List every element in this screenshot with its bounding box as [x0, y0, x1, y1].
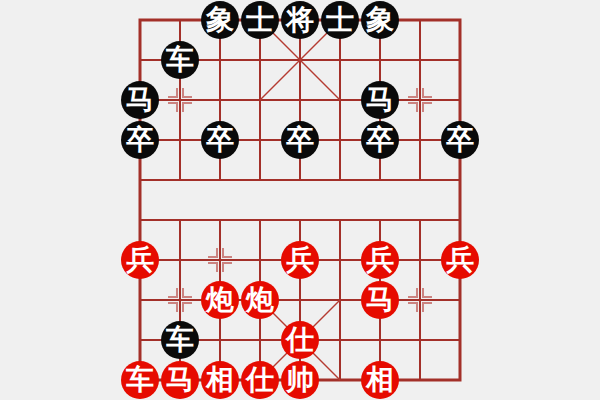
star-point-corner	[408, 88, 418, 98]
star-point-corner	[422, 288, 432, 298]
piece-red-horse-left[interactable]: 马	[161, 361, 199, 399]
piece-black-horse-left[interactable]: 马	[121, 81, 159, 119]
piece-red-elephant-left[interactable]: 相	[201, 361, 239, 399]
star-point-marker	[160, 280, 200, 320]
piece-black-advisor-right[interactable]: 士	[321, 1, 359, 39]
piece-red-rook-1[interactable]: 车	[121, 361, 159, 399]
piece-black-rook-2[interactable]: 车	[161, 321, 199, 359]
piece-red-pawn-4[interactable]: 兵	[441, 241, 479, 279]
star-point-marker	[200, 240, 240, 280]
piece-red-elephant-right[interactable]: 相	[361, 361, 399, 399]
piece-red-cannon-2[interactable]: 炮	[241, 281, 279, 319]
piece-black-pawn-4[interactable]: 卒	[361, 121, 399, 159]
piece-black-elephant-right[interactable]: 象	[361, 1, 399, 39]
star-point-corner	[208, 262, 218, 272]
piece-red-pawn-3[interactable]: 兵	[361, 241, 399, 279]
star-point-corner	[408, 102, 418, 112]
star-point-marker	[400, 80, 440, 120]
star-point-corner	[222, 262, 232, 272]
star-point-marker	[400, 280, 440, 320]
star-point-corner	[408, 302, 418, 312]
star-point-corner	[182, 88, 192, 98]
piece-red-cannon-1[interactable]: 炮	[201, 281, 239, 319]
piece-black-horse-right[interactable]: 马	[361, 81, 399, 119]
piece-black-pawn-2[interactable]: 卒	[201, 121, 239, 159]
star-point-corner	[222, 248, 232, 258]
star-point-marker	[160, 80, 200, 120]
star-point-corner	[168, 302, 178, 312]
star-point-corner	[422, 88, 432, 98]
piece-red-horse-right[interactable]: 马	[361, 281, 399, 319]
star-point-corner	[182, 102, 192, 112]
star-point-corner	[422, 102, 432, 112]
piece-black-general[interactable]: 将	[281, 1, 319, 39]
star-point-corner	[168, 88, 178, 98]
piece-black-pawn-3[interactable]: 卒	[281, 121, 319, 159]
xiangqi-board: 象士将士象车马马卒卒卒卒卒车兵兵兵兵炮炮马仕车马相仕帅相	[120, 0, 480, 400]
piece-red-pawn-2[interactable]: 兵	[281, 241, 319, 279]
piece-black-pawn-5[interactable]: 卒	[441, 121, 479, 159]
piece-black-rook-1[interactable]: 车	[161, 41, 199, 79]
xiangqi-board-stage: 象士将士象车马马卒卒卒卒卒车兵兵兵兵炮炮马仕车马相仕帅相	[0, 0, 600, 400]
piece-red-advisor-left[interactable]: 仕	[241, 361, 279, 399]
star-point-corner	[168, 102, 178, 112]
piece-black-pawn-1[interactable]: 卒	[121, 121, 159, 159]
piece-red-pawn-1[interactable]: 兵	[121, 241, 159, 279]
star-point-corner	[182, 302, 192, 312]
star-point-corner	[408, 288, 418, 298]
star-point-corner	[168, 288, 178, 298]
star-point-corner	[208, 248, 218, 258]
piece-red-general[interactable]: 帅	[281, 361, 319, 399]
star-point-corner	[422, 302, 432, 312]
piece-black-elephant-left[interactable]: 象	[201, 1, 239, 39]
piece-black-advisor-left[interactable]: 士	[241, 1, 279, 39]
star-point-corner	[182, 288, 192, 298]
piece-red-advisor-center[interactable]: 仕	[281, 321, 319, 359]
